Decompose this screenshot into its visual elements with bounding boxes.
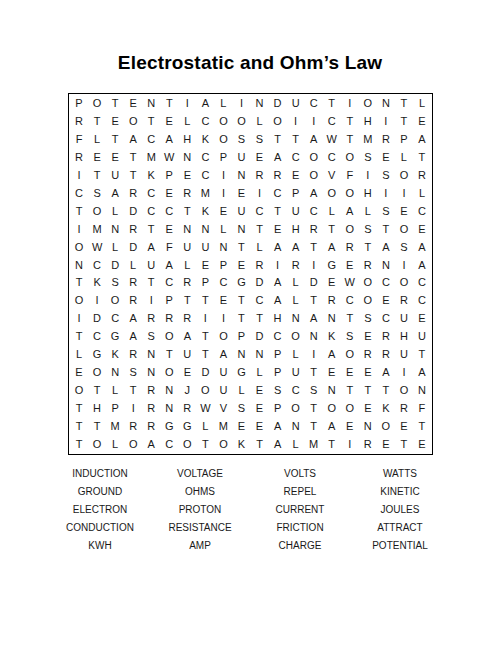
grid-cell: K [232, 435, 250, 453]
word-list-item: CONDUCTION [50, 518, 150, 536]
grid-cell: N [232, 346, 250, 364]
grid-cell: D [305, 274, 323, 292]
grid-cell: E [232, 184, 250, 202]
grid-cell: I [88, 292, 106, 310]
grid-cell: L [287, 292, 305, 310]
grid-cell: O [377, 417, 395, 435]
grid-cell: R [250, 167, 268, 185]
grid-cell: T [70, 274, 88, 292]
grid-cell: I [232, 95, 250, 113]
grid-cell: T [305, 292, 323, 310]
grid-cell: N [196, 220, 214, 238]
grid-cell: T [395, 113, 413, 131]
grid-cell: M [88, 220, 106, 238]
grid-cell: T [287, 131, 305, 149]
grid-cell: M [106, 417, 124, 435]
grid-cell: C [377, 310, 395, 328]
grid-cell: T [395, 95, 413, 113]
grid-cell: G [232, 363, 250, 381]
grid-cell: I [214, 310, 232, 328]
grid-cell: O [341, 149, 359, 167]
grid-cell: T [341, 113, 359, 131]
grid-cell: I [395, 363, 413, 381]
grid-cell: A [323, 346, 341, 364]
grid-cell: U [214, 381, 232, 399]
grid-cell: D [250, 328, 268, 346]
grid-cell: G [106, 328, 124, 346]
grid-cell: S [359, 310, 377, 328]
grid-cell: T [305, 417, 323, 435]
word-list: INDUCTIONGROUNDELECTRONCONDUCTIONKWHVOLT… [50, 464, 450, 554]
grid-cell: A [196, 95, 214, 113]
grid-cell: A [413, 238, 431, 256]
grid-cell: S [250, 131, 268, 149]
grid-cell: C [142, 202, 160, 220]
grid-cell: L [287, 435, 305, 453]
grid-cell: L [413, 95, 431, 113]
grid-cell: T [341, 381, 359, 399]
grid-cell: T [142, 113, 160, 131]
word-list-item: VOLTAGE [150, 464, 250, 482]
grid-cell: E [413, 220, 431, 238]
grid-cell: C [196, 149, 214, 167]
grid-cell: I [142, 292, 160, 310]
grid-cell: T [88, 167, 106, 185]
grid-cell: R [142, 381, 160, 399]
grid-cell: E [359, 363, 377, 381]
grid-cell: U [142, 256, 160, 274]
grid-cell: N [232, 167, 250, 185]
grid-cell: E [359, 399, 377, 417]
grid-cell: A [269, 417, 287, 435]
grid-cell: H [359, 113, 377, 131]
grid-cell: R [341, 238, 359, 256]
grid-cell: T [269, 202, 287, 220]
word-list-item: KINETIC [350, 482, 450, 500]
grid-cell: O [160, 363, 178, 381]
grid-cell: E [196, 256, 214, 274]
grid-cell: O [124, 113, 142, 131]
grid-cell: E [250, 149, 268, 167]
grid-cell: T [124, 149, 142, 167]
grid-cell: W [160, 149, 178, 167]
grid-cell: A [377, 238, 395, 256]
grid-cell: N [70, 256, 88, 274]
grid-cell: R [124, 292, 142, 310]
grid-cell: H [178, 131, 196, 149]
grid-cell: S [359, 220, 377, 238]
grid-cell: U [196, 238, 214, 256]
grid-cell: L [178, 113, 196, 131]
grid-cell: N [287, 417, 305, 435]
grid-cell: M [359, 131, 377, 149]
grid-cell: V [214, 399, 232, 417]
grid-cell: I [341, 95, 359, 113]
grid-cell: P [214, 256, 232, 274]
grid-cell: K [377, 399, 395, 417]
grid-cell: O [323, 399, 341, 417]
grid-cell: M [305, 435, 323, 453]
grid-cell: C [106, 310, 124, 328]
grid-cell: H [88, 399, 106, 417]
grid-cell: I [70, 310, 88, 328]
word-list-item: OHMS [150, 482, 250, 500]
grid-cell: I [124, 399, 142, 417]
grid-cell: I [250, 184, 268, 202]
grid-cell: C [250, 292, 268, 310]
grid-cell: R [124, 184, 142, 202]
grid-cell: N [214, 238, 232, 256]
grid-cell: I [287, 113, 305, 131]
grid-cell: I [214, 167, 232, 185]
grid-cell: R [287, 256, 305, 274]
puzzle-title: Electrostatic and Ohm’s Law [0, 52, 500, 74]
grid-cell: A [413, 363, 431, 381]
grid-cell: E [413, 310, 431, 328]
grid-cell: U [287, 95, 305, 113]
word-list-item: VOLTS [250, 464, 350, 482]
grid-cell: S [359, 149, 377, 167]
grid-cell: N [160, 399, 178, 417]
grid-cell: T [413, 417, 431, 435]
grid-cell: C [413, 202, 431, 220]
grid-cell: W [88, 238, 106, 256]
grid-cell: T [323, 220, 341, 238]
grid-cell: E [413, 435, 431, 453]
grid-cell: T [413, 149, 431, 167]
grid-cell: T [196, 292, 214, 310]
grid-cell: P [269, 363, 287, 381]
word-list-item: AMP [150, 536, 250, 554]
grid-cell: C [250, 202, 268, 220]
grid-cell: E [106, 149, 124, 167]
grid-cell: C [142, 131, 160, 149]
grid-cell: A [305, 184, 323, 202]
grid-cell: L [395, 149, 413, 167]
grid-cell: N [413, 381, 431, 399]
grid-cell: T [341, 310, 359, 328]
grid-cell: O [341, 399, 359, 417]
word-list-item: FRICTION [250, 518, 350, 536]
grid-cell: L [359, 202, 377, 220]
grid-cell: A [142, 435, 160, 453]
grid-cell: P [160, 167, 178, 185]
grid-cell: T [70, 417, 88, 435]
grid-cell: E [395, 202, 413, 220]
grid-cell: T [359, 381, 377, 399]
grid-cell: G [160, 417, 178, 435]
grid-cell: O [287, 399, 305, 417]
grid-cell: A [341, 202, 359, 220]
grid-cell: A [269, 274, 287, 292]
grid-cell: W [196, 399, 214, 417]
grid-cell: T [341, 131, 359, 149]
grid-cell: J [178, 381, 196, 399]
grid-cell: T [269, 131, 287, 149]
grid-cell: L [250, 363, 268, 381]
grid-cell: E [287, 167, 305, 185]
grid-cell: S [305, 381, 323, 399]
grid-cell: L [178, 256, 196, 274]
grid-cell: R [359, 346, 377, 364]
grid-cell: S [395, 238, 413, 256]
grid-cell: S [269, 381, 287, 399]
grid-cell: T [250, 220, 268, 238]
grid-cell: L [106, 238, 124, 256]
grid-cell: V [323, 167, 341, 185]
grid-cell: U [178, 238, 196, 256]
grid-cell: D [250, 274, 268, 292]
grid-cell: U [106, 167, 124, 185]
grid-cell: O [359, 95, 377, 113]
grid-cell: R [413, 167, 431, 185]
grid-cell: I [269, 256, 287, 274]
grid-cell: N [305, 328, 323, 346]
grid-cell: R [305, 220, 323, 238]
grid-cell: F [341, 167, 359, 185]
grid-cell: T [323, 95, 341, 113]
grid-cell: S [377, 202, 395, 220]
grid-cell: T [250, 310, 268, 328]
grid-cell: L [250, 113, 268, 131]
grid-cell: A [124, 328, 142, 346]
grid-cell: O [196, 381, 214, 399]
grid-cell: T [305, 238, 323, 256]
grid-cell: G [323, 256, 341, 274]
grid-cell: R [359, 256, 377, 274]
grid-cell: C [196, 167, 214, 185]
grid-cell: L [214, 220, 232, 238]
grid-cell: M [196, 184, 214, 202]
grid-cell: L [232, 381, 250, 399]
grid-cell: R [124, 274, 142, 292]
grid-cell: P [214, 149, 232, 167]
grid-cell: T [124, 381, 142, 399]
grid-cell: R [359, 435, 377, 453]
grid-cell: O [395, 167, 413, 185]
grid-cell: E [341, 256, 359, 274]
grid-cell: A [160, 131, 178, 149]
grid-cell: D [269, 95, 287, 113]
grid-cell: N [142, 346, 160, 364]
grid-cell: O [305, 149, 323, 167]
grid-cell: T [70, 328, 88, 346]
grid-cell: A [142, 238, 160, 256]
grid-cell: E [359, 328, 377, 346]
grid-cell: I [341, 435, 359, 453]
grid-cell: T [88, 113, 106, 131]
grid-cell: C [323, 149, 341, 167]
grid-cell: O [269, 113, 287, 131]
word-list-item: REPEL [250, 482, 350, 500]
grid-cell: A [305, 310, 323, 328]
grid-cell: T [232, 238, 250, 256]
grid-cell: A [214, 346, 232, 364]
grid-cell: T [88, 417, 106, 435]
grid-cell: I [395, 184, 413, 202]
grid-cell: A [323, 417, 341, 435]
grid-cell: C [269, 184, 287, 202]
grid-cell: N [323, 310, 341, 328]
grid-cell: O [359, 292, 377, 310]
grid-cell: C [305, 202, 323, 220]
grid-cell: O [395, 220, 413, 238]
grid-cell: T [323, 435, 341, 453]
grid-cell: K [196, 202, 214, 220]
grid-cell: M [214, 417, 232, 435]
grid-cell: I [359, 167, 377, 185]
grid-cell: I [305, 113, 323, 131]
grid-cell: E [250, 399, 268, 417]
grid-cell: S [232, 131, 250, 149]
grid-cell: F [70, 131, 88, 149]
grid-cell: L [250, 238, 268, 256]
word-search-page: Electrostatic and Ohm’s Law POTENTIALIND… [0, 0, 500, 647]
grid-cell: N [250, 346, 268, 364]
grid-cell: S [106, 274, 124, 292]
grid-cell: O [305, 167, 323, 185]
grid-cell: O [70, 381, 88, 399]
word-list-item: CURRENT [250, 500, 350, 518]
grid-cell: T [106, 95, 124, 113]
grid-cell: R [323, 292, 341, 310]
grid-cell: L [88, 131, 106, 149]
grid-cell: E [413, 113, 431, 131]
grid-cell: T [70, 399, 88, 417]
grid-cell: D [124, 238, 142, 256]
grid-cell: O [214, 113, 232, 131]
grid-cell: P [196, 274, 214, 292]
grid-cell: L [106, 435, 124, 453]
word-list-item: INDUCTION [50, 464, 150, 482]
grid-cell: A [269, 149, 287, 167]
grid-cell: G [232, 274, 250, 292]
grid-cell: H [395, 328, 413, 346]
grid-cell: L [70, 346, 88, 364]
grid-cell: C [160, 274, 178, 292]
grid-cell: T [106, 131, 124, 149]
word-list-item: CHARGE [250, 536, 350, 554]
grid-cell: N [232, 220, 250, 238]
grid-cell: O [88, 435, 106, 453]
grid-cell: U [232, 202, 250, 220]
grid-cell: R [142, 310, 160, 328]
grid-cell: R [395, 399, 413, 417]
grid-cell: R [70, 149, 88, 167]
grid-cell: E [178, 363, 196, 381]
grid-cell: C [142, 184, 160, 202]
grid-cell: E [214, 202, 232, 220]
grid-cell: P [269, 346, 287, 364]
grid-cell: A [269, 238, 287, 256]
grid-cell: C [88, 256, 106, 274]
grid-cell: E [160, 184, 178, 202]
grid-cell: E [377, 435, 395, 453]
grid-cell: A [287, 238, 305, 256]
grid-cell: C [269, 328, 287, 346]
grid-cell: A [305, 131, 323, 149]
grid-cell: A [124, 131, 142, 149]
grid-cell: O [395, 274, 413, 292]
grid-cell: A [124, 310, 142, 328]
grid-cell: F [413, 399, 431, 417]
grid-cell: L [214, 95, 232, 113]
word-list-item: ELECTRON [50, 500, 150, 518]
grid-cell: E [232, 256, 250, 274]
grid-cell: E [178, 167, 196, 185]
grid-cell: T [178, 292, 196, 310]
grid-cell: N [359, 417, 377, 435]
grid-cell: F [160, 238, 178, 256]
grid-cell: E [232, 417, 250, 435]
grid-cell: O [341, 220, 359, 238]
grid-cell: E [160, 220, 178, 238]
grid-cell: N [178, 149, 196, 167]
grid-cell: C [413, 274, 431, 292]
grid-cell: A [269, 435, 287, 453]
grid-cell: U [287, 363, 305, 381]
grid-cell: R [178, 399, 196, 417]
grid-cell: R [124, 417, 142, 435]
grid-cell: O [214, 328, 232, 346]
grid-cell: H [269, 310, 287, 328]
grid-cell: T [305, 399, 323, 417]
grid-cell: C [88, 328, 106, 346]
grid-cell: O [341, 184, 359, 202]
grid-cell: P [269, 399, 287, 417]
grid-cell: A [178, 328, 196, 346]
grid-cell: L [287, 274, 305, 292]
grid-cell: R [178, 274, 196, 292]
grid-cell: A [269, 292, 287, 310]
grid-cell: M [142, 149, 160, 167]
grid-cell: D [106, 256, 124, 274]
grid-cell: R [70, 113, 88, 131]
grid-cell: E [88, 149, 106, 167]
grid-cell: W [323, 131, 341, 149]
grid-cell: C [214, 274, 232, 292]
grid-cell: N [377, 256, 395, 274]
grid-cell: E [377, 292, 395, 310]
grid-cell: H [359, 184, 377, 202]
grid-cell: T [377, 381, 395, 399]
grid-cell: D [196, 363, 214, 381]
grid-cell: I [196, 310, 214, 328]
grid-cell: O [88, 363, 106, 381]
grid-cell: S [142, 328, 160, 346]
grid-cell: N [377, 95, 395, 113]
grid-cell: E [160, 113, 178, 131]
grid-cell: O [88, 95, 106, 113]
grid-cell: C [305, 95, 323, 113]
word-list-item: RESISTANCE [150, 518, 250, 536]
grid-cell: P [70, 95, 88, 113]
grid-cell: R [269, 167, 287, 185]
grid-cell: O [160, 328, 178, 346]
grid-cell: R [124, 220, 142, 238]
grid-cell: R [142, 399, 160, 417]
grid-cell: O [232, 113, 250, 131]
grid-cell: T [142, 220, 160, 238]
grid-cell: O [124, 435, 142, 453]
grid-cell: T [70, 202, 88, 220]
grid-cell: G [88, 346, 106, 364]
word-list-item: JOULES [350, 500, 450, 518]
grid-cell: I [70, 167, 88, 185]
grid-cell: U [413, 328, 431, 346]
grid-cell: N [178, 220, 196, 238]
grid-cell: K [196, 131, 214, 149]
